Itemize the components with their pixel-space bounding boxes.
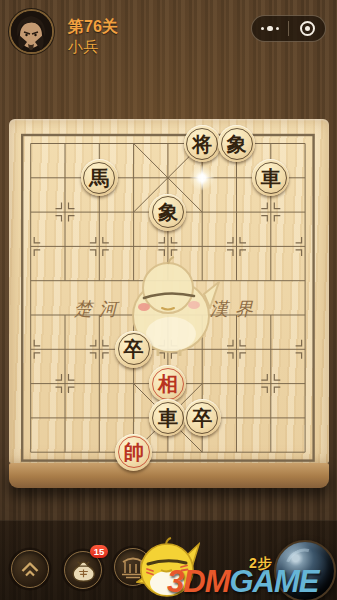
piece-glyph: 卒: [192, 408, 212, 428]
avatar[interactable]: [9, 9, 54, 54]
money-bag-icon: [70, 557, 97, 584]
piece-glyph: 将: [192, 134, 212, 154]
stone-orb-button[interactable]: [274, 540, 336, 600]
piece-glyph: 卒: [124, 339, 144, 359]
three-dots-icon: [276, 27, 280, 31]
piece-glyph: 馬: [89, 168, 109, 188]
piece-black-馬[interactable]: 馬: [81, 159, 118, 196]
warrior-portrait-icon: [11, 11, 52, 52]
close-button[interactable]: [289, 16, 325, 41]
steps-label: 2步: [249, 555, 273, 573]
piece-glyph: 象: [158, 202, 178, 222]
circle-target-icon: [300, 21, 315, 36]
hint-count-badge: 15: [90, 545, 108, 558]
hint-bag-button[interactable]: 15: [64, 551, 102, 589]
piece-red-帥[interactable]: 帥: [115, 434, 152, 471]
double-chevron-up-icon: [18, 557, 42, 581]
rank-label: 小兵: [68, 38, 98, 57]
piece-glyph: 車: [261, 168, 281, 188]
app-screen: 第76关 小兵 楚河 漢界 将象馬車象卒相車卒帥: [0, 0, 337, 600]
three-dots-icon: [261, 27, 265, 31]
wechat-capsule: [251, 15, 326, 42]
piece-black-卒[interactable]: 卒: [184, 399, 221, 436]
piece-black-象[interactable]: 象: [218, 125, 255, 162]
piece-glyph: 相: [158, 374, 178, 394]
piece-glyph: 車: [158, 408, 178, 428]
piece-glyph: 帥: [124, 442, 144, 462]
piece-glyph: 象: [227, 134, 247, 154]
piece-black-卒[interactable]: 卒: [115, 331, 152, 368]
board-front-edge: [9, 463, 329, 488]
footer-mascot-chick-icon: [136, 534, 200, 600]
piece-black-将[interactable]: 将: [184, 125, 221, 162]
piece-black-象[interactable]: 象: [149, 194, 186, 231]
collapse-button[interactable]: [11, 550, 49, 588]
three-dots-icon: [267, 26, 273, 32]
river-text-left: 楚河: [74, 299, 124, 319]
level-label: 第76关: [68, 17, 118, 38]
more-button[interactable]: [252, 16, 288, 41]
